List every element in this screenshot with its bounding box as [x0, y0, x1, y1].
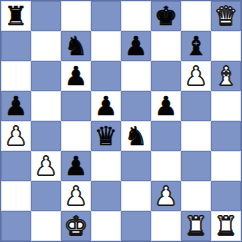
square-a3[interactable] — [1, 151, 31, 181]
white-bishop[interactable]: ♝ — [214, 63, 237, 89]
square-g2[interactable] — [181, 181, 211, 211]
black-king[interactable]: ♚ — [154, 3, 177, 29]
square-c8[interactable] — [61, 1, 91, 31]
square-c4[interactable] — [61, 121, 91, 151]
square-g6[interactable]: ♟ — [181, 61, 211, 91]
square-h1[interactable]: ♜ — [211, 211, 241, 241]
square-h7[interactable] — [211, 31, 241, 61]
square-h3[interactable] — [211, 151, 241, 181]
white-pawn[interactable]: ♟ — [184, 63, 207, 89]
square-b7[interactable] — [31, 31, 61, 61]
square-e2[interactable] — [121, 181, 151, 211]
square-h8[interactable]: ♛ — [211, 1, 241, 31]
chess-board: ♜♚♛♞♟♝♟♟♝♟♟♟♟♛♞♟♟♟♟♚♜♜ — [0, 0, 242, 242]
black-rook[interactable]: ♜ — [4, 3, 27, 29]
square-f8[interactable]: ♚ — [151, 1, 181, 31]
black-pawn[interactable]: ♟ — [4, 93, 27, 119]
square-d6[interactable] — [91, 61, 121, 91]
square-d5[interactable]: ♟ — [91, 91, 121, 121]
square-d2[interactable] — [91, 181, 121, 211]
square-g7[interactable]: ♝ — [181, 31, 211, 61]
square-b8[interactable] — [31, 1, 61, 31]
white-pawn[interactable]: ♟ — [34, 153, 57, 179]
square-b3[interactable]: ♟ — [31, 151, 61, 181]
square-b4[interactable] — [31, 121, 61, 151]
square-d1[interactable] — [91, 211, 121, 241]
square-b2[interactable] — [31, 181, 61, 211]
square-f5[interactable]: ♟ — [151, 91, 181, 121]
square-f4[interactable] — [151, 121, 181, 151]
white-queen[interactable]: ♛ — [214, 3, 237, 29]
square-c7[interactable]: ♞ — [61, 31, 91, 61]
square-g8[interactable] — [181, 1, 211, 31]
black-pawn[interactable]: ♟ — [124, 33, 147, 59]
square-e6[interactable] — [121, 61, 151, 91]
white-pawn[interactable]: ♟ — [64, 183, 87, 209]
square-a5[interactable]: ♟ — [1, 91, 31, 121]
square-a6[interactable] — [1, 61, 31, 91]
square-d4[interactable]: ♛ — [91, 121, 121, 151]
square-e3[interactable] — [121, 151, 151, 181]
square-g3[interactable] — [181, 151, 211, 181]
square-d7[interactable] — [91, 31, 121, 61]
square-g4[interactable] — [181, 121, 211, 151]
square-a7[interactable] — [1, 31, 31, 61]
square-f3[interactable] — [151, 151, 181, 181]
square-f1[interactable] — [151, 211, 181, 241]
square-a2[interactable] — [1, 181, 31, 211]
black-pawn[interactable]: ♟ — [64, 63, 87, 89]
square-a8[interactable]: ♜ — [1, 1, 31, 31]
square-h6[interactable]: ♝ — [211, 61, 241, 91]
square-h4[interactable] — [211, 121, 241, 151]
black-pawn[interactable]: ♟ — [94, 93, 117, 119]
square-g5[interactable] — [181, 91, 211, 121]
square-f7[interactable] — [151, 31, 181, 61]
square-d3[interactable] — [91, 151, 121, 181]
black-pawn[interactable]: ♟ — [154, 93, 177, 119]
square-b6[interactable] — [31, 61, 61, 91]
black-knight[interactable]: ♞ — [124, 123, 147, 149]
square-a1[interactable] — [1, 211, 31, 241]
white-pawn[interactable]: ♟ — [154, 183, 177, 209]
square-a4[interactable]: ♟ — [1, 121, 31, 151]
white-rook[interactable]: ♜ — [184, 213, 207, 239]
square-h2[interactable] — [211, 181, 241, 211]
square-d8[interactable] — [91, 1, 121, 31]
black-bishop[interactable]: ♝ — [184, 33, 207, 59]
square-c1[interactable]: ♚ — [61, 211, 91, 241]
white-rook[interactable]: ♜ — [214, 213, 237, 239]
square-c6[interactable]: ♟ — [61, 61, 91, 91]
square-f6[interactable] — [151, 61, 181, 91]
square-c2[interactable]: ♟ — [61, 181, 91, 211]
black-queen[interactable]: ♛ — [94, 123, 117, 149]
square-e1[interactable] — [121, 211, 151, 241]
square-c3[interactable]: ♟ — [61, 151, 91, 181]
square-e5[interactable] — [121, 91, 151, 121]
square-e8[interactable] — [121, 1, 151, 31]
square-b1[interactable] — [31, 211, 61, 241]
square-f2[interactable]: ♟ — [151, 181, 181, 211]
white-pawn[interactable]: ♟ — [4, 123, 27, 149]
square-c5[interactable] — [61, 91, 91, 121]
square-e4[interactable]: ♞ — [121, 121, 151, 151]
square-g1[interactable]: ♜ — [181, 211, 211, 241]
square-h5[interactable] — [211, 91, 241, 121]
square-b5[interactable] — [31, 91, 61, 121]
black-knight[interactable]: ♞ — [64, 33, 87, 59]
square-e7[interactable]: ♟ — [121, 31, 151, 61]
white-king[interactable]: ♚ — [64, 213, 87, 239]
black-pawn[interactable]: ♟ — [64, 153, 87, 179]
